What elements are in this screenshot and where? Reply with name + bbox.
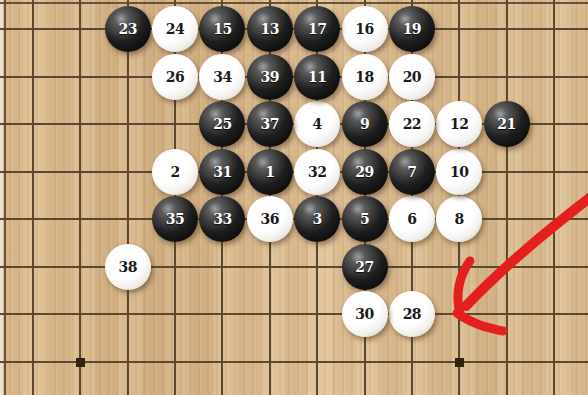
stone-29[interactable]: 29 [342,149,388,195]
grid-line [553,0,555,395]
stone-21[interactable]: 21 [484,101,530,147]
stone-28[interactable]: 28 [389,291,435,337]
stone-16[interactable]: 16 [342,6,388,52]
grid-line [0,313,588,315]
grid-line [127,0,129,395]
stone-6[interactable]: 6 [389,196,435,242]
stone-26[interactable]: 26 [152,54,198,100]
stone-38[interactable]: 38 [105,244,151,290]
stone-39[interactable]: 39 [247,54,293,100]
hand-drawn-arrow-annotation [0,0,588,395]
stone-7[interactable]: 7 [389,149,435,195]
stone-19[interactable]: 19 [389,6,435,52]
stone-9[interactable]: 9 [342,101,388,147]
stone-23[interactable]: 23 [105,6,151,52]
goban-board[interactable]: 1234567891011121315161718192021222324252… [0,0,588,395]
stone-22[interactable]: 22 [389,101,435,147]
stone-27[interactable]: 27 [342,244,388,290]
stone-2[interactable]: 2 [152,149,198,195]
stone-5[interactable]: 5 [342,196,388,242]
stone-12[interactable]: 12 [436,101,482,147]
star-point [76,358,85,367]
stone-34[interactable]: 34 [199,54,245,100]
star-point [455,358,464,367]
grid-line [0,266,588,268]
stone-20[interactable]: 20 [389,54,435,100]
stone-35[interactable]: 35 [152,196,198,242]
left-edge-strip [0,0,3,395]
stone-3[interactable]: 3 [294,196,340,242]
stone-32[interactable]: 32 [294,149,340,195]
stone-17[interactable]: 17 [294,6,340,52]
board-frame-line [0,2,588,4]
stone-13[interactable]: 13 [247,6,293,52]
stone-8[interactable]: 8 [436,196,482,242]
stone-31[interactable]: 31 [199,149,245,195]
board-frame-line [4,0,6,395]
arrow-barb-right [457,313,503,331]
stone-18[interactable]: 18 [342,54,388,100]
stone-30[interactable]: 30 [342,291,388,337]
stone-10[interactable]: 10 [436,149,482,195]
stone-11[interactable]: 11 [294,54,340,100]
stone-36[interactable]: 36 [247,196,293,242]
grid-line [32,0,34,395]
stone-37[interactable]: 37 [247,101,293,147]
grid-line [79,0,81,395]
stone-4[interactable]: 4 [294,101,340,147]
grid-line [506,0,508,395]
arrow-shaft [466,196,588,306]
stone-1[interactable]: 1 [247,149,293,195]
stone-24[interactable]: 24 [152,6,198,52]
grid-line [0,361,588,363]
stone-25[interactable]: 25 [199,101,245,147]
stone-33[interactable]: 33 [199,196,245,242]
stone-15[interactable]: 15 [199,6,245,52]
